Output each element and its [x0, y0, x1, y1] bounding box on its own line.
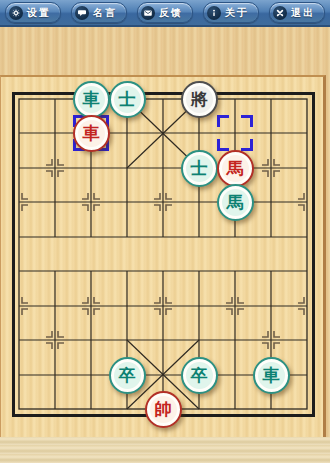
piece-red-chariot[interactable]: 車: [73, 115, 110, 152]
piece-glyph: 馬: [222, 189, 249, 216]
piece-glyph: 車: [78, 86, 105, 113]
piece-glyph: 士: [186, 155, 213, 182]
piece-glyph: 馬: [222, 155, 249, 182]
piece-black-soldier[interactable]: 卒: [181, 357, 218, 394]
piece-black-advisor[interactable]: 士: [109, 81, 146, 118]
xiangqi-app-window: 设置 名言 反馈 关于 退出 車士將車士馬馬卒卒車帥: [0, 0, 330, 463]
piece-black-soldier[interactable]: 卒: [109, 357, 146, 394]
piece-black-horse[interactable]: 馬: [217, 184, 254, 221]
piece-black-general[interactable]: 將: [181, 81, 218, 118]
piece-black-chariot[interactable]: 車: [73, 81, 110, 118]
piece-glyph: 將: [186, 86, 213, 113]
piece-red-horse[interactable]: 馬: [217, 150, 254, 187]
piece-glyph: 帥: [150, 396, 177, 423]
piece-glyph: 車: [78, 120, 105, 147]
piece-red-general[interactable]: 帥: [145, 391, 182, 428]
piece-glyph: 卒: [114, 362, 141, 389]
piece-glyph: 車: [258, 362, 285, 389]
piece-black-advisor[interactable]: 士: [181, 150, 218, 187]
piece-black-chariot[interactable]: 車: [253, 357, 290, 394]
piece-glyph: 士: [114, 86, 141, 113]
piece-glyph: 卒: [186, 362, 213, 389]
